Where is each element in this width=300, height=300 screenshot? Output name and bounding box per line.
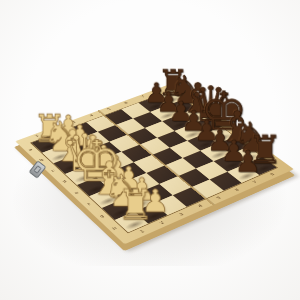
file-label-a: a [28,148,34,152]
product-photo-scene: ♜♟♟♜♞♟♟♞♝♟♟♝♛♟♟♛♚♟♟♚♝♟♟♝♞♟♟♞♜♟♟♜ aa11bb2… [0,0,300,300]
white-rook: ♜ [117,184,154,225]
rank-label-5: 5 [106,108,112,111]
file-label-h: h [112,226,119,230]
rank-label-1: 1 [139,229,146,234]
rank-label-8: 8 [269,173,275,177]
rank-label-3: 3 [178,212,185,216]
rank-label-7: 7 [252,180,258,184]
rank-label-5: 5 [216,196,222,200]
file-label-d: d [62,180,68,184]
rank-label-2: 2 [159,221,166,225]
file-label-f: f [87,203,92,207]
rank-label-4: 4 [197,204,204,208]
rank-label-4: 4 [89,114,95,117]
file-label-g: g [99,214,105,218]
rank-label-6: 6 [124,101,130,104]
rank-label-6: 6 [234,188,240,192]
black-pawn: ♟ [235,147,262,177]
file-label-c: c [50,169,56,173]
file-label-e: e [74,191,80,195]
